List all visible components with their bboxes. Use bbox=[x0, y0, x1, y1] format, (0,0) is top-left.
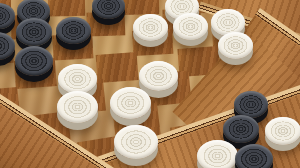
checkers-photo-scene: Angled close-up photograph of a wooden c… bbox=[0, 0, 300, 168]
white-piece[interactable] bbox=[218, 32, 253, 59]
white-piece[interactable] bbox=[173, 13, 208, 40]
white-piece[interactable] bbox=[114, 125, 158, 159]
black-piece[interactable] bbox=[16, 18, 52, 46]
white-piece[interactable] bbox=[58, 64, 97, 94]
white-piece[interactable] bbox=[133, 14, 168, 41]
black-piece[interactable] bbox=[56, 17, 91, 44]
white-piece[interactable] bbox=[139, 61, 178, 91]
white-piece[interactable] bbox=[57, 91, 98, 123]
white-piece[interactable] bbox=[110, 87, 151, 119]
black-piece-captured[interactable] bbox=[235, 144, 273, 168]
black-piece[interactable] bbox=[15, 46, 53, 76]
white-piece-captured[interactable] bbox=[197, 140, 238, 168]
black-piece-captured[interactable] bbox=[223, 115, 259, 143]
white-piece-captured[interactable] bbox=[265, 117, 300, 145]
black-piece-captured[interactable] bbox=[234, 91, 268, 118]
